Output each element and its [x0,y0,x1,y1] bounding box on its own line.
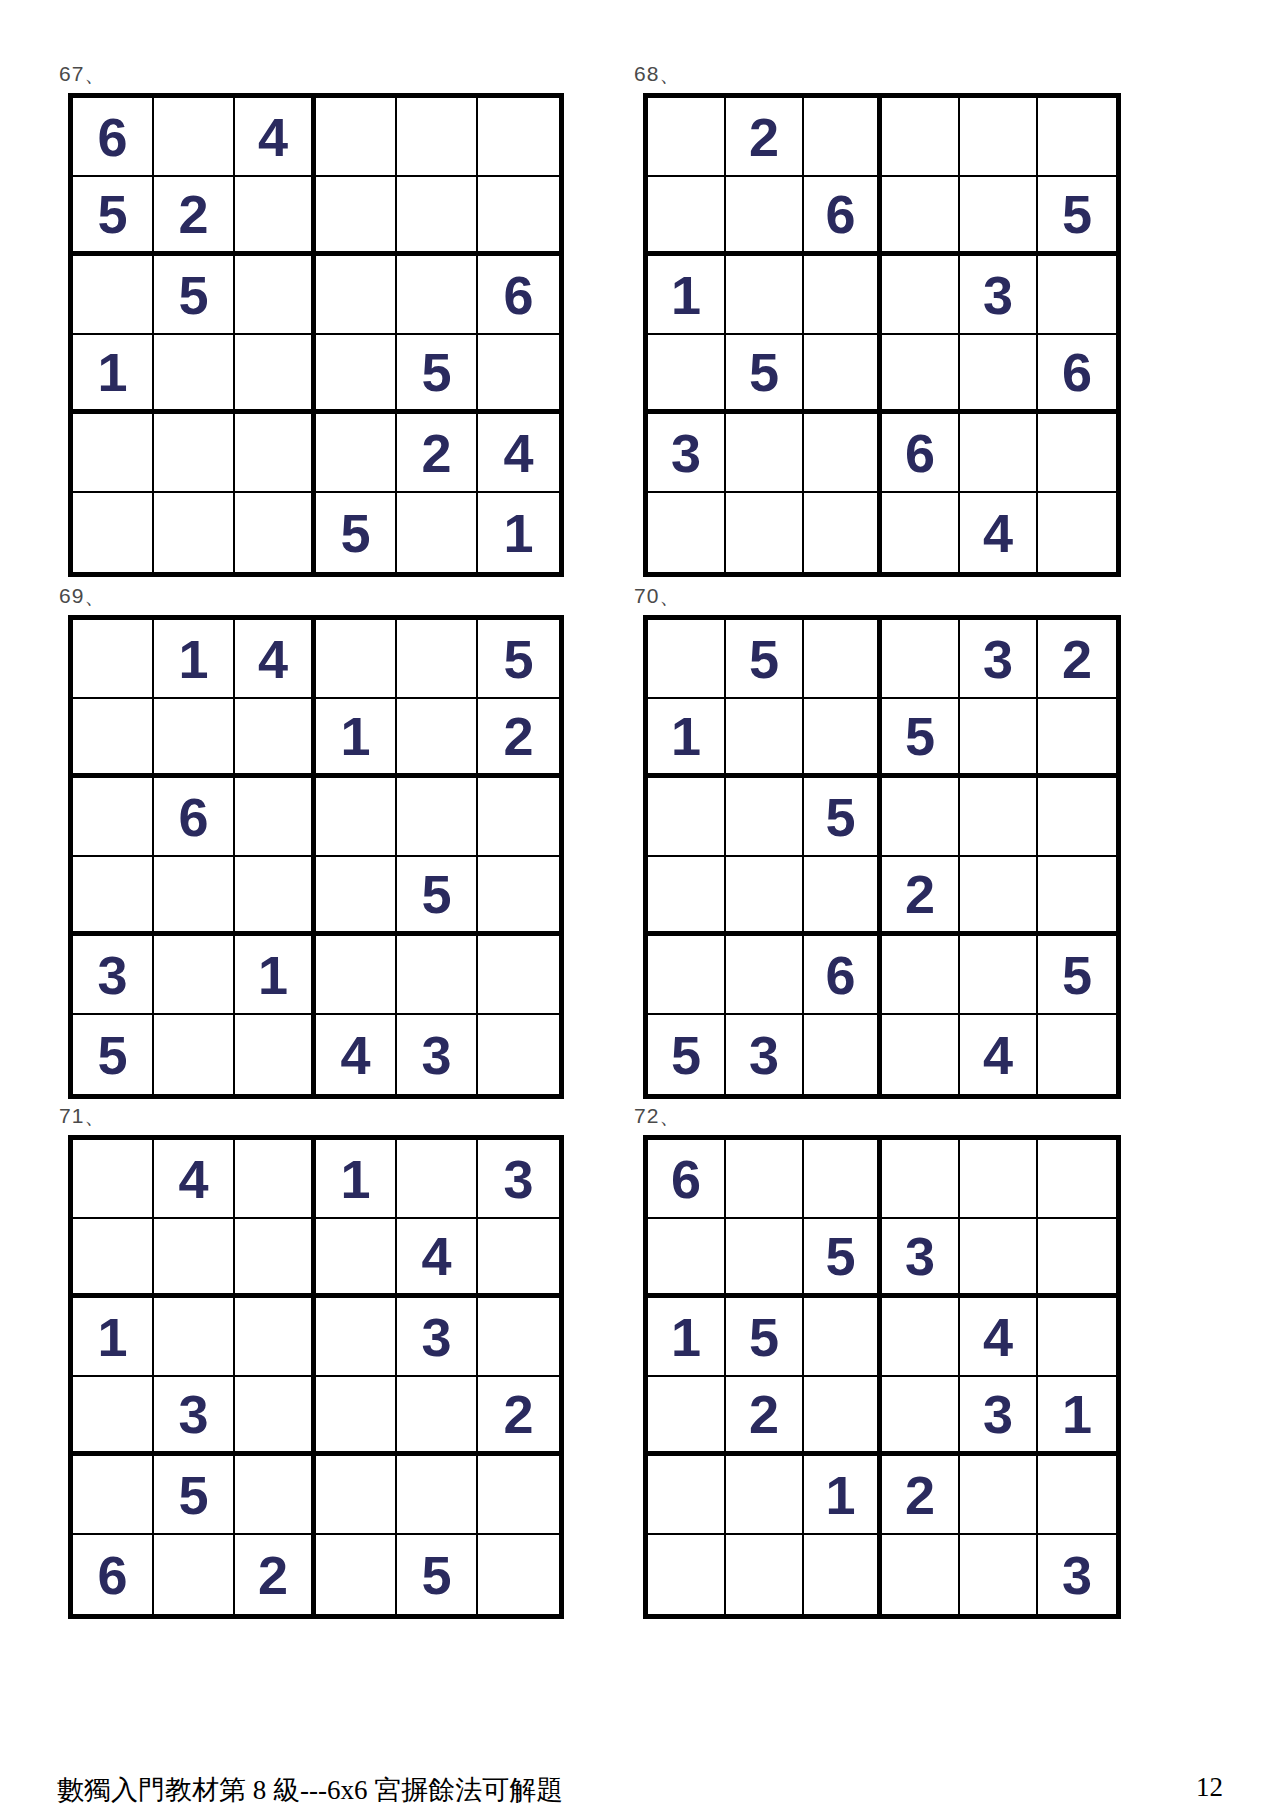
puzzle-71-cell-r6c5: 5 [397,1535,478,1614]
puzzle-71-cell-r6c4 [316,1535,397,1614]
footer-title: 數獨入門教材第 8 級---6x6 宮摒餘法可解題 [57,1772,563,1808]
puzzle-69-cell-r2c6: 2 [478,699,559,778]
puzzle-70-cell-r2c3 [804,699,882,778]
puzzle-67-cell-r2c1: 5 [73,177,154,256]
puzzle-72-cell-r2c1 [648,1219,726,1298]
puzzle-68-cell-r5c1: 3 [648,414,726,493]
puzzle-67-cell-r4c2 [154,335,235,414]
puzzle-69-cell-r4c4 [316,857,397,936]
puzzle-72-cell-r5c4: 2 [882,1456,960,1535]
puzzle-69-cell-r4c3 [235,857,316,936]
puzzle-70-cell-r5c4 [882,936,960,1015]
puzzle-72-cell-r6c2 [726,1535,804,1614]
puzzle-71-cell-r1c3 [235,1140,316,1219]
puzzle-67-cell-r2c5 [397,177,478,256]
puzzle-67-cell-r3c4 [316,256,397,335]
puzzle-68-cell-r5c5 [960,414,1038,493]
puzzle-72-grid: 653154231123 [643,1135,1121,1619]
puzzle-72-cell-r6c5 [960,1535,1038,1614]
puzzle-69-cell-r3c5 [397,778,478,857]
puzzle-70-cell-r4c6 [1038,857,1116,936]
puzzle-71-cell-r3c6 [478,1298,559,1377]
puzzle-72-cell-r2c6 [1038,1219,1116,1298]
puzzle-70-cell-r2c6 [1038,699,1116,778]
puzzle-67-cell-r2c3 [235,177,316,256]
puzzle-70-grid: 532155265534 [643,615,1121,1099]
puzzle-72-cell-r2c2 [726,1219,804,1298]
puzzle-68-cell-r1c6 [1038,98,1116,177]
puzzle-72-cell-r6c6: 3 [1038,1535,1116,1614]
puzzle-68-cell-r4c5 [960,335,1038,414]
puzzle-71-cell-r2c4 [316,1219,397,1298]
puzzle-70-cell-r1c6: 2 [1038,620,1116,699]
puzzle-67-cell-r3c6: 6 [478,256,559,335]
puzzle-72-cell-r3c5: 4 [960,1298,1038,1377]
puzzle-67-cell-r5c3 [235,414,316,493]
puzzle-68-cell-r4c4 [882,335,960,414]
puzzle-72: 72、653154231123 [643,1135,1121,1619]
puzzle-70-label: 70、 [634,582,681,610]
puzzle-68-cell-r5c4: 6 [882,414,960,493]
puzzle-67: 67、645256152451 [68,93,564,577]
puzzle-69-grid: 145126531543 [68,615,564,1099]
puzzle-70-cell-r2c5 [960,699,1038,778]
puzzle-70-cell-r4c4: 2 [882,857,960,936]
puzzle-69-cell-r3c2: 6 [154,778,235,857]
puzzle-72-cell-r3c4 [882,1298,960,1377]
puzzle-72-cell-r2c5 [960,1219,1038,1298]
puzzle-72-cell-r1c1: 6 [648,1140,726,1219]
page-number: 12 [1196,1772,1223,1803]
puzzle-72-cell-r4c1 [648,1377,726,1456]
puzzle-67-cell-r5c4 [316,414,397,493]
puzzle-72-cell-r2c3: 5 [804,1219,882,1298]
puzzle-71-cell-r4c1 [73,1377,154,1456]
puzzle-72-cell-r3c3 [804,1298,882,1377]
puzzle-72-cell-r5c5 [960,1456,1038,1535]
puzzle-70-cell-r5c5 [960,936,1038,1015]
puzzle-70-cell-r1c2: 5 [726,620,804,699]
puzzle-68-grid: 2651356364 [643,93,1121,577]
puzzle-68-cell-r3c1: 1 [648,256,726,335]
puzzle-71: 71、413413325625 [68,1135,564,1619]
puzzle-71-cell-r6c6 [478,1535,559,1614]
puzzle-68-cell-r2c4 [882,177,960,256]
puzzle-71-cell-r2c5: 4 [397,1219,478,1298]
puzzle-71-cell-r1c1 [73,1140,154,1219]
puzzle-69: 69、145126531543 [68,615,564,1099]
puzzle-69-cell-r1c4 [316,620,397,699]
puzzle-69-cell-r4c1 [73,857,154,936]
puzzle-69-cell-r5c4 [316,936,397,1015]
puzzle-68-cell-r6c6 [1038,493,1116,572]
puzzle-70-cell-r5c3: 6 [804,936,882,1015]
puzzle-70-cell-r4c3 [804,857,882,936]
puzzle-71-cell-r5c4 [316,1456,397,1535]
puzzle-67-cell-r6c1 [73,493,154,572]
puzzle-69-cell-r6c4: 4 [316,1015,397,1094]
puzzle-72-cell-r3c1: 1 [648,1298,726,1377]
puzzle-70-cell-r4c5 [960,857,1038,936]
puzzle-70-cell-r2c2 [726,699,804,778]
puzzle-67-cell-r3c2: 5 [154,256,235,335]
puzzle-70-cell-r4c1 [648,857,726,936]
puzzle-68-cell-r3c3 [804,256,882,335]
puzzle-68-cell-r6c5: 4 [960,493,1038,572]
puzzle-67-cell-r4c6 [478,335,559,414]
puzzle-69-cell-r2c1 [73,699,154,778]
puzzle-68-cell-r6c1 [648,493,726,572]
puzzle-72-cell-r1c5 [960,1140,1038,1219]
puzzle-72-cell-r2c4: 3 [882,1219,960,1298]
puzzle-71-cell-r4c6: 2 [478,1377,559,1456]
puzzle-67-cell-r6c4: 5 [316,493,397,572]
puzzle-67-cell-r4c3 [235,335,316,414]
puzzle-68-cell-r2c3: 6 [804,177,882,256]
puzzle-72-cell-r1c4 [882,1140,960,1219]
puzzle-70-cell-r1c4 [882,620,960,699]
puzzle-72-cell-r4c5: 3 [960,1377,1038,1456]
puzzle-70-cell-r2c1: 1 [648,699,726,778]
puzzle-68-cell-r1c1 [648,98,726,177]
puzzle-68-cell-r4c1 [648,335,726,414]
puzzle-71-cell-r3c1: 1 [73,1298,154,1377]
puzzle-72-cell-r4c6: 1 [1038,1377,1116,1456]
puzzle-71-cell-r5c5 [397,1456,478,1535]
puzzle-69-cell-r5c6 [478,936,559,1015]
puzzle-70: 70、532155265534 [643,615,1121,1099]
puzzle-70-cell-r1c3 [804,620,882,699]
puzzle-72-cell-r5c3: 1 [804,1456,882,1535]
puzzle-71-cell-r2c2 [154,1219,235,1298]
puzzle-69-cell-r1c5 [397,620,478,699]
puzzle-68-cell-r4c3 [804,335,882,414]
puzzle-67-label: 67、 [59,60,106,88]
puzzle-67-cell-r3c3 [235,256,316,335]
puzzle-69-cell-r4c2 [154,857,235,936]
puzzle-72-cell-r1c6 [1038,1140,1116,1219]
puzzle-68-cell-r1c2: 2 [726,98,804,177]
puzzle-70-cell-r2c4: 5 [882,699,960,778]
puzzle-72-cell-r6c4 [882,1535,960,1614]
puzzle-68-cell-r4c6: 6 [1038,335,1116,414]
puzzle-69-cell-r1c3: 4 [235,620,316,699]
puzzle-68-cell-r3c2 [726,256,804,335]
puzzle-69-cell-r2c5 [397,699,478,778]
puzzle-69-cell-r5c3: 1 [235,936,316,1015]
puzzle-67-cell-r1c3: 4 [235,98,316,177]
puzzle-71-cell-r4c2: 3 [154,1377,235,1456]
puzzle-69-cell-r5c5 [397,936,478,1015]
puzzle-67-cell-r6c2 [154,493,235,572]
puzzle-67-cell-r5c5: 2 [397,414,478,493]
puzzle-72-cell-r6c3 [804,1535,882,1614]
puzzle-71-cell-r4c3 [235,1377,316,1456]
puzzle-69-cell-r4c5: 5 [397,857,478,936]
puzzle-72-cell-r5c2 [726,1456,804,1535]
puzzle-70-cell-r3c5 [960,778,1038,857]
puzzle-71-cell-r3c4 [316,1298,397,1377]
puzzle-67-cell-r1c4 [316,98,397,177]
puzzle-69-cell-r5c1: 3 [73,936,154,1015]
puzzle-68-cell-r1c3 [804,98,882,177]
puzzle-71-cell-r1c4: 1 [316,1140,397,1219]
puzzle-71-cell-r6c3: 2 [235,1535,316,1614]
puzzle-71-cell-r2c6 [478,1219,559,1298]
puzzle-67-cell-r4c1: 1 [73,335,154,414]
puzzle-68-cell-r1c5 [960,98,1038,177]
worksheet-page: 67、64525615245168、265135636469、145126531… [0,0,1280,1811]
puzzle-67-cell-r6c3 [235,493,316,572]
puzzle-69-cell-r6c5: 3 [397,1015,478,1094]
puzzle-69-cell-r2c3 [235,699,316,778]
puzzle-69-cell-r3c6 [478,778,559,857]
puzzle-70-cell-r6c2: 3 [726,1015,804,1094]
puzzle-67-grid: 645256152451 [68,93,564,577]
puzzle-69-cell-r3c1 [73,778,154,857]
puzzle-69-cell-r4c6 [478,857,559,936]
puzzle-68-cell-r6c3 [804,493,882,572]
puzzle-70-cell-r3c3: 5 [804,778,882,857]
puzzle-72-cell-r4c3 [804,1377,882,1456]
puzzle-69-cell-r6c1: 5 [73,1015,154,1094]
puzzle-72-cell-r1c3 [804,1140,882,1219]
puzzle-69-cell-r1c1 [73,620,154,699]
puzzle-72-cell-r6c1 [648,1535,726,1614]
puzzle-69-label: 69、 [59,582,106,610]
puzzle-68-cell-r1c4 [882,98,960,177]
puzzle-68-label: 68、 [634,60,681,88]
puzzle-71-label: 71、 [59,1102,106,1130]
puzzle-70-cell-r5c1 [648,936,726,1015]
puzzle-67-cell-r6c5 [397,493,478,572]
puzzle-67-cell-r3c1 [73,256,154,335]
puzzle-72-cell-r4c2: 2 [726,1377,804,1456]
puzzle-70-cell-r6c1: 5 [648,1015,726,1094]
puzzle-72-cell-r1c2 [726,1140,804,1219]
puzzle-72-label: 72、 [634,1102,681,1130]
puzzle-71-cell-r2c3 [235,1219,316,1298]
puzzle-70-cell-r3c2 [726,778,804,857]
puzzle-68-cell-r5c3 [804,414,882,493]
puzzle-70-cell-r3c6 [1038,778,1116,857]
puzzle-67-cell-r1c6 [478,98,559,177]
puzzle-68-cell-r6c4 [882,493,960,572]
puzzle-71-cell-r5c3 [235,1456,316,1535]
puzzle-70-cell-r6c3 [804,1015,882,1094]
puzzle-70-cell-r1c1 [648,620,726,699]
puzzle-71-grid: 413413325625 [68,1135,564,1619]
puzzle-68-cell-r2c1 [648,177,726,256]
puzzle-70-cell-r4c2 [726,857,804,936]
puzzle-69-cell-r1c6: 5 [478,620,559,699]
puzzle-71-cell-r1c5 [397,1140,478,1219]
puzzle-67-cell-r1c2 [154,98,235,177]
puzzle-67-cell-r2c2: 2 [154,177,235,256]
puzzle-69-cell-r3c3 [235,778,316,857]
puzzle-70-cell-r5c2 [726,936,804,1015]
puzzle-72-cell-r5c6 [1038,1456,1116,1535]
puzzle-72-cell-r3c2: 5 [726,1298,804,1377]
puzzle-68-cell-r2c5 [960,177,1038,256]
puzzle-67-cell-r4c5: 5 [397,335,478,414]
puzzle-68-cell-r5c2 [726,414,804,493]
puzzle-70-cell-r6c5: 4 [960,1015,1038,1094]
puzzle-72-cell-r3c6 [1038,1298,1116,1377]
puzzle-69-cell-r5c2 [154,936,235,1015]
puzzle-68-cell-r5c6 [1038,414,1116,493]
puzzle-70-cell-r3c4 [882,778,960,857]
puzzle-69-cell-r2c4: 1 [316,699,397,778]
puzzle-68-cell-r6c2 [726,493,804,572]
puzzle-71-cell-r4c4 [316,1377,397,1456]
puzzle-70-cell-r6c6 [1038,1015,1116,1094]
puzzle-70-cell-r6c4 [882,1015,960,1094]
puzzle-67-cell-r5c6: 4 [478,414,559,493]
puzzle-67-cell-r5c2 [154,414,235,493]
puzzle-71-cell-r4c5 [397,1377,478,1456]
puzzle-68-cell-r3c6 [1038,256,1116,335]
puzzle-67-cell-r6c6: 1 [478,493,559,572]
puzzle-69-cell-r1c2: 1 [154,620,235,699]
puzzle-71-cell-r3c5: 3 [397,1298,478,1377]
puzzle-71-cell-r3c3 [235,1298,316,1377]
puzzle-71-cell-r5c6 [478,1456,559,1535]
puzzle-71-cell-r1c2: 4 [154,1140,235,1219]
puzzle-71-cell-r6c1: 6 [73,1535,154,1614]
puzzle-68-cell-r3c5: 3 [960,256,1038,335]
puzzle-68: 68、2651356364 [643,93,1121,577]
puzzle-68-cell-r4c2: 5 [726,335,804,414]
puzzle-67-cell-r3c5 [397,256,478,335]
puzzle-67-cell-r4c4 [316,335,397,414]
puzzle-71-cell-r5c1 [73,1456,154,1535]
puzzle-70-cell-r3c1 [648,778,726,857]
puzzle-71-cell-r1c6: 3 [478,1140,559,1219]
puzzle-70-cell-r1c5: 3 [960,620,1038,699]
puzzle-68-cell-r2c6: 5 [1038,177,1116,256]
puzzle-68-cell-r2c2 [726,177,804,256]
puzzle-72-cell-r4c4 [882,1377,960,1456]
puzzle-71-cell-r5c2: 5 [154,1456,235,1535]
puzzle-69-cell-r2c2 [154,699,235,778]
puzzle-69-cell-r3c4 [316,778,397,857]
puzzle-67-cell-r1c1: 6 [73,98,154,177]
puzzle-70-cell-r5c6: 5 [1038,936,1116,1015]
puzzle-67-cell-r5c1 [73,414,154,493]
puzzle-71-cell-r6c2 [154,1535,235,1614]
puzzle-71-cell-r2c1 [73,1219,154,1298]
puzzle-67-cell-r2c4 [316,177,397,256]
puzzle-69-cell-r6c2 [154,1015,235,1094]
puzzle-72-cell-r5c1 [648,1456,726,1535]
puzzle-69-cell-r6c3 [235,1015,316,1094]
puzzle-67-cell-r1c5 [397,98,478,177]
puzzle-68-cell-r3c4 [882,256,960,335]
puzzle-69-cell-r6c6 [478,1015,559,1094]
puzzle-67-cell-r2c6 [478,177,559,256]
puzzle-71-cell-r3c2 [154,1298,235,1377]
